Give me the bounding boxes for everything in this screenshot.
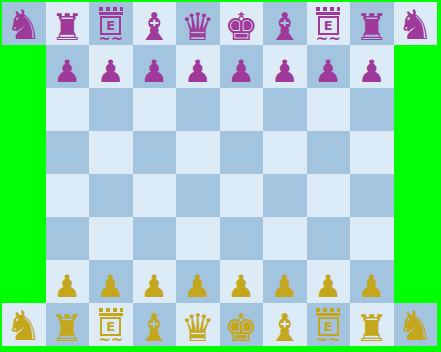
gold-knight[interactable]: ♞ xyxy=(5,308,42,346)
gold-bishop[interactable]: ♝ xyxy=(268,311,302,346)
game-window: ♞♜E~~♝♛♚♝E~~♜♞♟♟♟♟♟♟♟♟♟♟♟♟♟♟♟♟♞♜E~~♝♛♚♝E… xyxy=(0,0,441,352)
square-r4-c3[interactable] xyxy=(133,174,177,217)
purple-pawn[interactable]: ♟ xyxy=(140,57,168,88)
square-r1-c7[interactable]: ♟ xyxy=(307,45,351,88)
square-r2-c7[interactable] xyxy=(307,88,351,131)
square-r0-c4[interactable]: ♛ xyxy=(176,2,220,45)
purple-pawn[interactable]: ♟ xyxy=(358,57,386,88)
gold-pawn[interactable]: ♟ xyxy=(358,272,386,303)
square-r2-c8[interactable] xyxy=(350,88,394,131)
background-gap xyxy=(2,260,46,303)
square-r4-c5[interactable] xyxy=(220,174,264,217)
square-r1-c3[interactable]: ♟ xyxy=(133,45,177,88)
purple-knight[interactable]: ♞ xyxy=(397,7,434,45)
background-gap xyxy=(2,45,46,88)
square-r2-c6[interactable] xyxy=(263,88,307,131)
purple-pawn[interactable]: ♟ xyxy=(184,57,212,88)
background-gap xyxy=(2,88,46,131)
square-r1-c2[interactable]: ♟ xyxy=(89,45,133,88)
square-r1-c6[interactable]: ♟ xyxy=(263,45,307,88)
gold-pawn[interactable]: ♟ xyxy=(53,272,81,303)
square-r7-c6[interactable]: ♝ xyxy=(263,303,307,346)
tower-crenellation xyxy=(99,7,123,15)
square-r3-c2[interactable] xyxy=(89,131,133,174)
background-gap xyxy=(2,174,46,217)
square-r5-c5[interactable] xyxy=(220,217,264,260)
square-r0-c2[interactable]: E~~ xyxy=(89,2,133,45)
square-r2-c4[interactable] xyxy=(176,88,220,131)
purple-rook[interactable]: ♜ xyxy=(355,11,388,45)
tower-wavy-base: ~~ xyxy=(98,336,123,344)
gold-rook[interactable]: ♜ xyxy=(355,312,388,346)
gold-bishop[interactable]: ♝ xyxy=(137,311,171,346)
background-gap xyxy=(394,88,438,131)
purple-pawn[interactable]: ♟ xyxy=(97,57,125,88)
square-r0-c3[interactable]: ♝ xyxy=(133,2,177,45)
square-r2-c3[interactable] xyxy=(133,88,177,131)
tower-crenellation xyxy=(99,308,123,316)
square-r3-c6[interactable] xyxy=(263,131,307,174)
square-r7-c8[interactable]: ♜ xyxy=(350,303,394,346)
square-r0-c7[interactable]: E~~ xyxy=(307,2,351,45)
square-r5-c2[interactable] xyxy=(89,217,133,260)
square-r0-c5[interactable]: ♚ xyxy=(220,2,264,45)
square-r0-c6[interactable]: ♝ xyxy=(263,2,307,45)
square-r1-c8[interactable]: ♟ xyxy=(350,45,394,88)
purple-pawn[interactable]: ♟ xyxy=(227,57,255,88)
background-gap xyxy=(394,260,438,303)
purple-rook[interactable]: ♜ xyxy=(51,11,84,45)
square-r7-c1[interactable]: ♜ xyxy=(46,303,90,346)
background-gap xyxy=(394,45,438,88)
background-gap xyxy=(2,217,46,260)
square-r6-c5[interactable]: ♟ xyxy=(220,260,264,303)
purple-king[interactable]: ♚ xyxy=(224,10,258,45)
gold-elephant-tower[interactable]: E~~ xyxy=(98,308,123,344)
square-r4-c1[interactable] xyxy=(46,174,90,217)
gold-pawn[interactable]: ♟ xyxy=(271,272,299,303)
square-r4-c2[interactable] xyxy=(89,174,133,217)
gold-rook[interactable]: ♜ xyxy=(51,312,84,346)
square-r5-c8[interactable] xyxy=(350,217,394,260)
background-gap xyxy=(2,131,46,174)
square-r6-c4[interactable]: ♟ xyxy=(176,260,220,303)
square-r5-c3[interactable] xyxy=(133,217,177,260)
square-r7-c5[interactable]: ♚ xyxy=(220,303,264,346)
square-r3-c8[interactable] xyxy=(350,131,394,174)
square-r2-c2[interactable] xyxy=(89,88,133,131)
square-r5-c4[interactable] xyxy=(176,217,220,260)
square-r0-c0[interactable]: ♞ xyxy=(2,2,46,45)
gold-queen[interactable]: ♛ xyxy=(181,311,215,346)
gold-pawn[interactable]: ♟ xyxy=(314,272,342,303)
square-r5-c1[interactable] xyxy=(46,217,90,260)
square-r0-c1[interactable]: ♜ xyxy=(46,2,90,45)
tower-crenellation xyxy=(316,308,340,316)
square-r1-c1[interactable]: ♟ xyxy=(46,45,90,88)
tower-wavy-base: ~~ xyxy=(316,35,341,43)
square-r0-c9[interactable]: ♞ xyxy=(394,2,438,45)
square-r7-c4[interactable]: ♛ xyxy=(176,303,220,346)
tower-wavy-base: ~~ xyxy=(98,35,123,43)
chess-board: ♞♜E~~♝♛♚♝E~~♜♞♟♟♟♟♟♟♟♟♟♟♟♟♟♟♟♟♞♜E~~♝♛♚♝E… xyxy=(2,2,437,346)
square-r5-c7[interactable] xyxy=(307,217,351,260)
square-r7-c3[interactable]: ♝ xyxy=(133,303,177,346)
gold-pawn[interactable]: ♟ xyxy=(97,272,125,303)
square-r3-c3[interactable] xyxy=(133,131,177,174)
background-gap xyxy=(394,131,438,174)
gold-elephant-tower[interactable]: E~~ xyxy=(316,308,341,344)
square-r0-c8[interactable]: ♜ xyxy=(350,2,394,45)
square-r6-c6[interactable]: ♟ xyxy=(263,260,307,303)
purple-bishop[interactable]: ♝ xyxy=(268,10,302,45)
purple-bishop[interactable]: ♝ xyxy=(137,10,171,45)
gold-pawn[interactable]: ♟ xyxy=(140,272,168,303)
purple-knight[interactable]: ♞ xyxy=(5,7,42,45)
square-r6-c1[interactable]: ♟ xyxy=(46,260,90,303)
square-r4-c4[interactable] xyxy=(176,174,220,217)
square-r3-c5[interactable] xyxy=(220,131,264,174)
gold-king[interactable]: ♚ xyxy=(224,311,258,346)
purple-elephant-tower[interactable]: E~~ xyxy=(316,7,341,43)
purple-pawn[interactable]: ♟ xyxy=(314,57,342,88)
purple-pawn[interactable]: ♟ xyxy=(53,57,81,88)
square-r4-c7[interactable] xyxy=(307,174,351,217)
tower-wavy-base: ~~ xyxy=(316,336,341,344)
square-r7-c0[interactable]: ♞ xyxy=(2,303,46,346)
square-r6-c8[interactable]: ♟ xyxy=(350,260,394,303)
gold-pawn[interactable]: ♟ xyxy=(227,272,255,303)
square-r6-c3[interactable]: ♟ xyxy=(133,260,177,303)
square-r1-c4[interactable]: ♟ xyxy=(176,45,220,88)
purple-elephant-tower[interactable]: E~~ xyxy=(98,7,123,43)
square-r7-c2[interactable]: E~~ xyxy=(89,303,133,346)
square-r3-c7[interactable] xyxy=(307,131,351,174)
square-r5-c6[interactable] xyxy=(263,217,307,260)
square-r2-c1[interactable] xyxy=(46,88,90,131)
purple-pawn[interactable]: ♟ xyxy=(271,57,299,88)
square-r6-c7[interactable]: ♟ xyxy=(307,260,351,303)
square-r4-c6[interactable] xyxy=(263,174,307,217)
square-r6-c2[interactable]: ♟ xyxy=(89,260,133,303)
gold-pawn[interactable]: ♟ xyxy=(184,272,212,303)
gold-knight[interactable]: ♞ xyxy=(397,308,434,346)
background-gap xyxy=(394,174,438,217)
square-r2-c5[interactable] xyxy=(220,88,264,131)
square-r7-c9[interactable]: ♞ xyxy=(394,303,438,346)
square-r3-c1[interactable] xyxy=(46,131,90,174)
square-r3-c4[interactable] xyxy=(176,131,220,174)
background-gap xyxy=(394,217,438,260)
square-r1-c5[interactable]: ♟ xyxy=(220,45,264,88)
square-r7-c7[interactable]: E~~ xyxy=(307,303,351,346)
purple-queen[interactable]: ♛ xyxy=(181,10,215,45)
tower-crenellation xyxy=(316,7,340,15)
square-r4-c8[interactable] xyxy=(350,174,394,217)
